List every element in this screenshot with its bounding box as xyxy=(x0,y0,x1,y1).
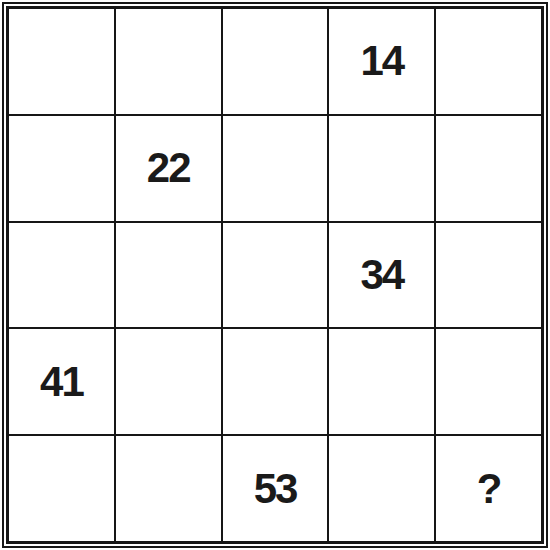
cell-r2-c3 xyxy=(223,116,328,221)
outer-border: 14 22 34 41 53 xyxy=(2,2,548,548)
cell-r5-c2 xyxy=(116,436,221,541)
cell-r3-c2 xyxy=(116,223,221,328)
cell-r2-c4 xyxy=(329,116,434,221)
cell-r3-c4: 34 xyxy=(329,223,434,328)
cell-r1-c5 xyxy=(436,9,541,114)
cell-r4-c4 xyxy=(329,329,434,434)
cell-r1-c3 xyxy=(223,9,328,114)
cell-r1-c2 xyxy=(116,9,221,114)
cell-r2-c1 xyxy=(9,116,114,221)
cell-r4-c2 xyxy=(116,329,221,434)
cell-r2-c2: 22 xyxy=(116,116,221,221)
cell-r5-c1 xyxy=(9,436,114,541)
cell-r5-c3: 53 xyxy=(223,436,328,541)
inner-border: 14 22 34 41 53 xyxy=(6,6,544,544)
cell-r4-c3 xyxy=(223,329,328,434)
cell-r3-c1 xyxy=(9,223,114,328)
cell-r2-c5 xyxy=(436,116,541,221)
cell-r5-c4 xyxy=(329,436,434,541)
cell-r4-c1: 41 xyxy=(9,329,114,434)
cell-r5-c5: ? xyxy=(436,436,541,541)
cell-r1-c1 xyxy=(9,9,114,114)
cell-r4-c5 xyxy=(436,329,541,434)
cell-r3-c5 xyxy=(436,223,541,328)
puzzle-board: 14 22 34 41 53 xyxy=(9,9,541,541)
cell-r1-c4: 14 xyxy=(329,9,434,114)
cell-r3-c3 xyxy=(223,223,328,328)
puzzle-image: 14 22 34 41 53 xyxy=(0,0,550,550)
